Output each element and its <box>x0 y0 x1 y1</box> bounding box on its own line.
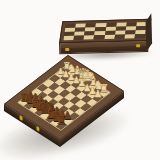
black-rook: ♜ <box>56 114 67 127</box>
chess-pieces-layer: ♜♞♝♛♚♝♞♜♟♟♟♟♟♟♟♟♟♟♟♟♟♟♟♟♜♞♝♛♚♝♞♜ <box>0 0 160 160</box>
chess-set-product-photo[interactable]: ♜♞♝♛♚♝♞♜♟♟♟♟♟♟♟♟♟♟♟♟♟♟♟♟♜♞♝♛♚♝♞♜ <box>0 0 160 160</box>
white-pawn: ♟ <box>93 89 102 99</box>
